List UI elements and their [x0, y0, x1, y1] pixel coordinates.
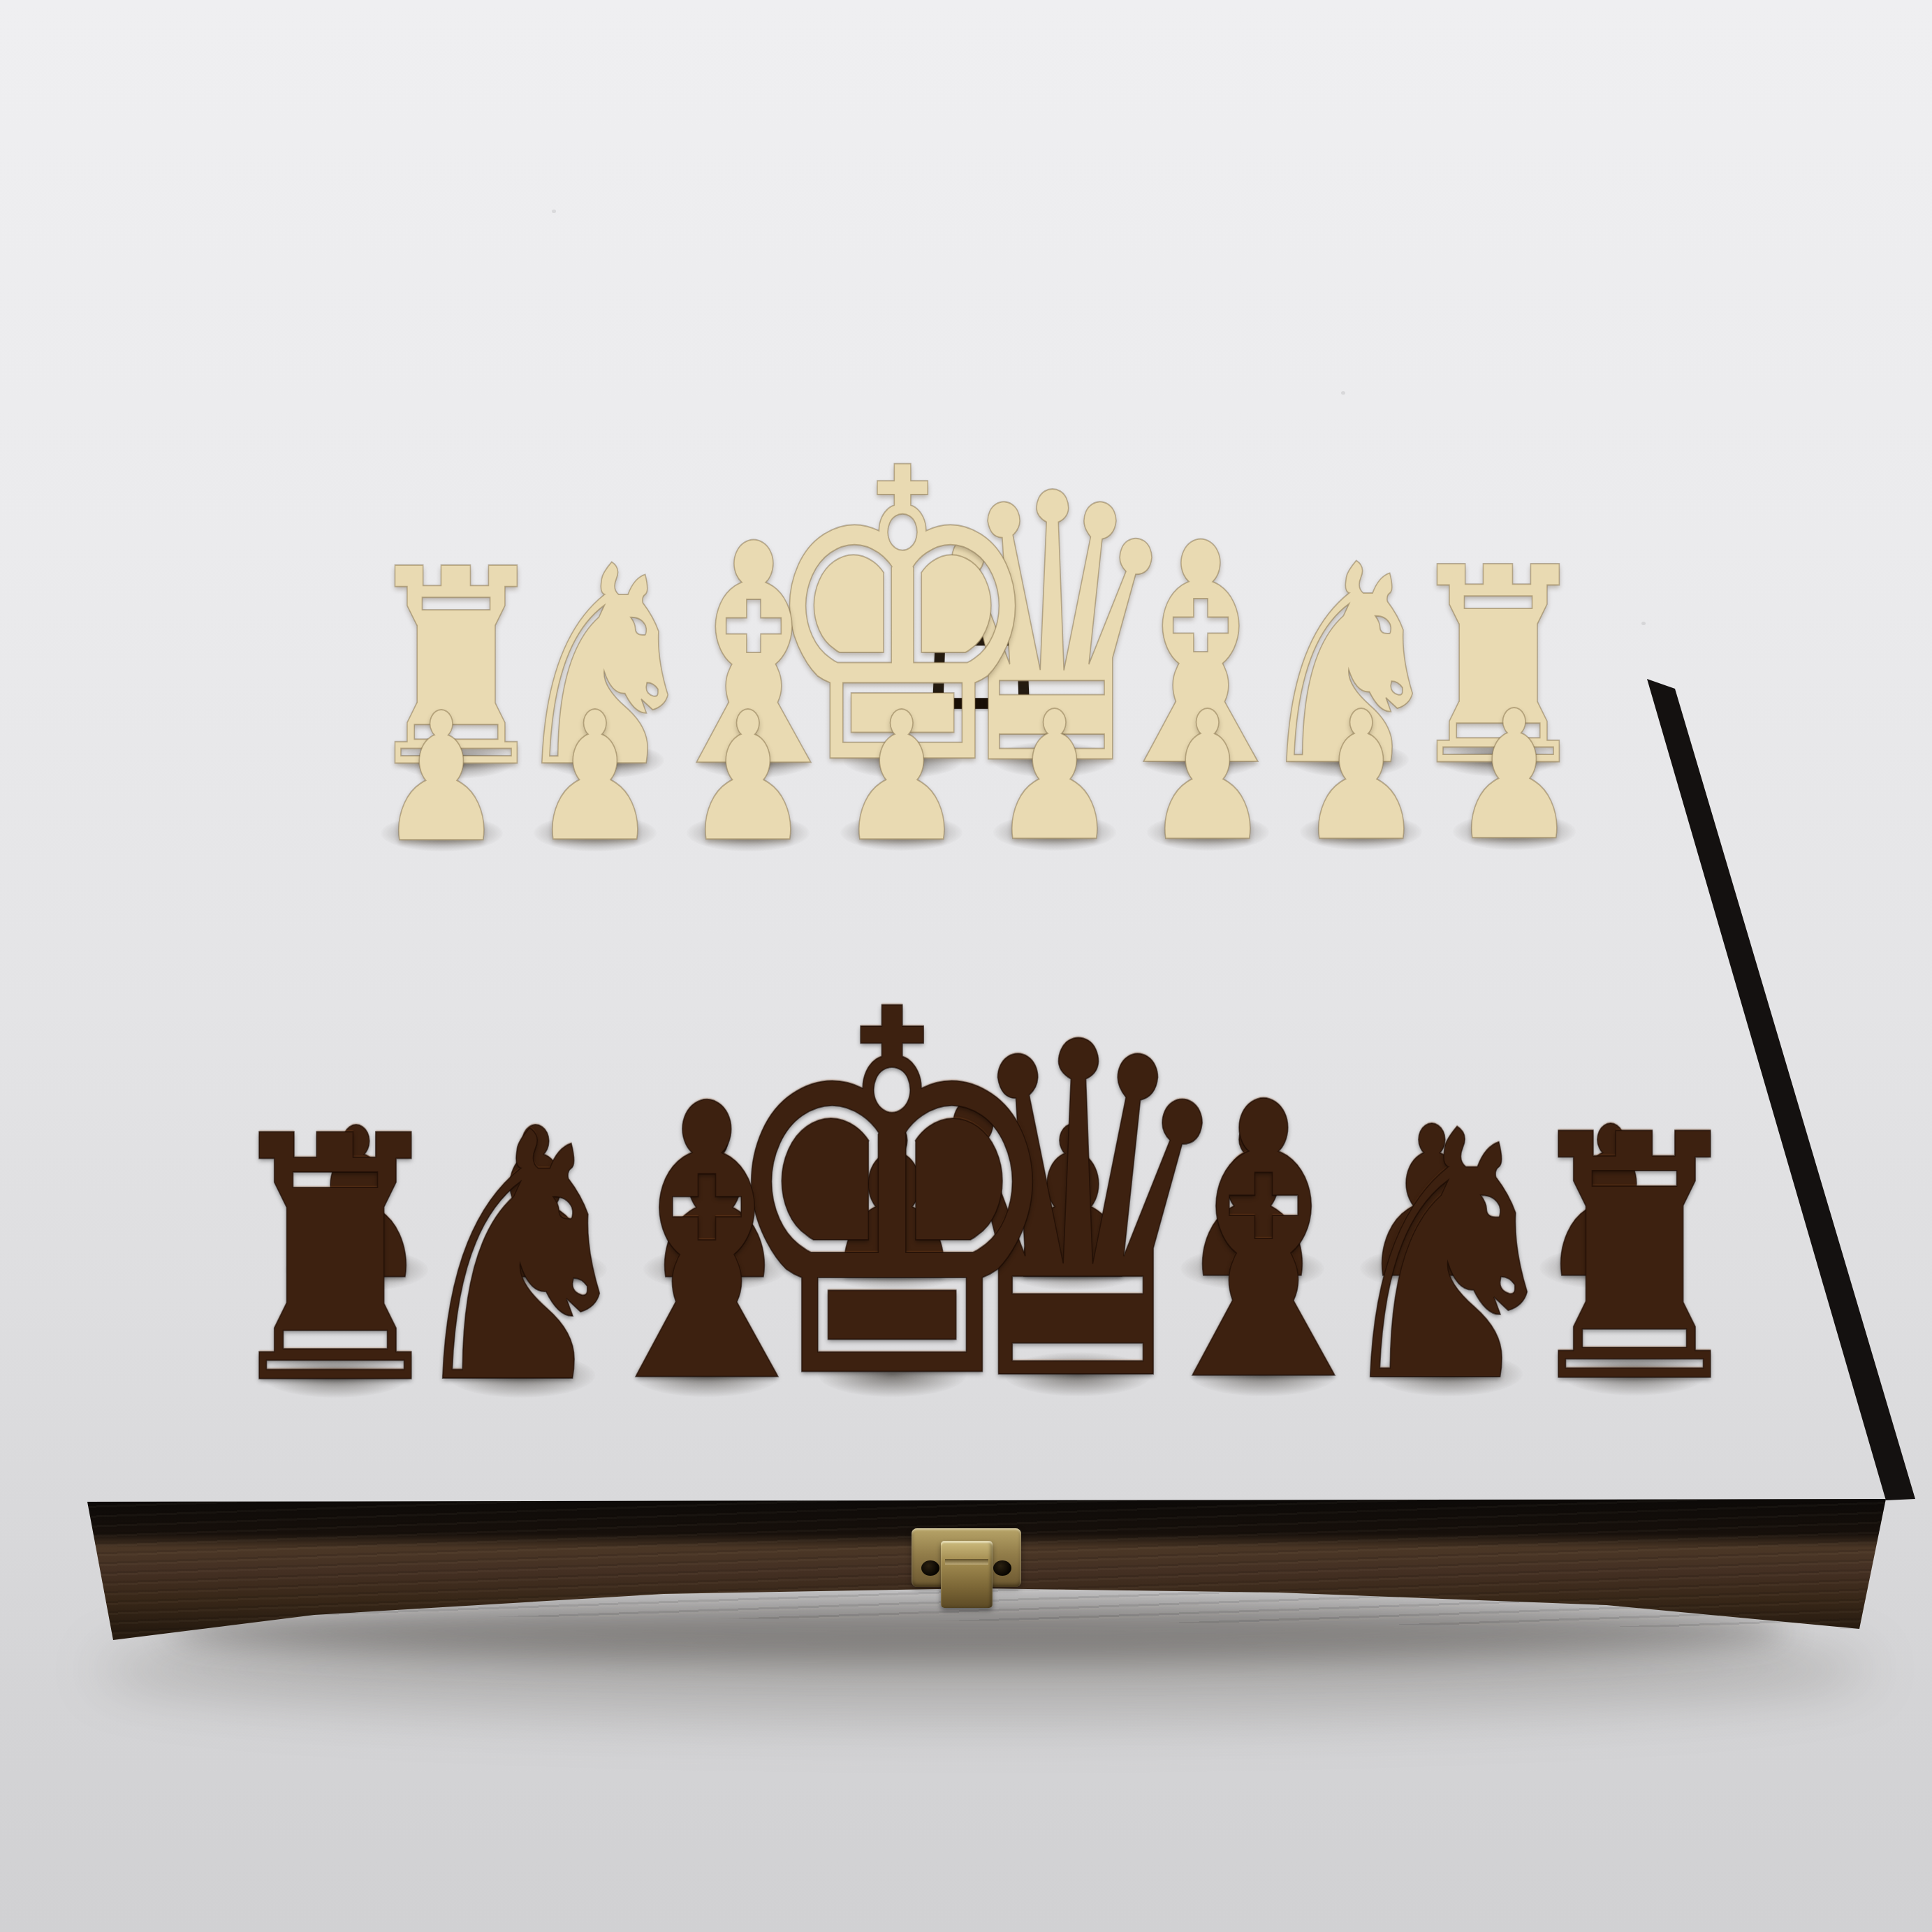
- white-pawn-piece[interactable]: ♟: [1297, 687, 1425, 865]
- white-pawn-piece[interactable]: ♟: [378, 689, 506, 867]
- white-pawn-piece[interactable]: ♟: [685, 689, 812, 867]
- white-pawn-piece[interactable]: ♟: [991, 688, 1119, 866]
- white-pawn-piece[interactable]: ♟: [837, 688, 965, 866]
- white-pawn-piece[interactable]: ♟: [1451, 687, 1579, 865]
- photo-scene: ♜♞♝♛♚♝♞♜♟♟♟♟♟♟♟♟♟♟♟♟♟♟♟♟♜♞♝♛♚♝♞♜: [0, 0, 1932, 1932]
- black-rook-piece[interactable]: ♜: [214, 1093, 457, 1431]
- pieces-layer: ♜♞♝♛♚♝♞♜♟♟♟♟♟♟♟♟♟♟♟♟♟♟♟♟♜♞♝♛♚♝♞♜: [0, 0, 1932, 1932]
- white-pawn-piece[interactable]: ♟: [531, 689, 659, 867]
- white-pawn-piece[interactable]: ♟: [1144, 688, 1272, 866]
